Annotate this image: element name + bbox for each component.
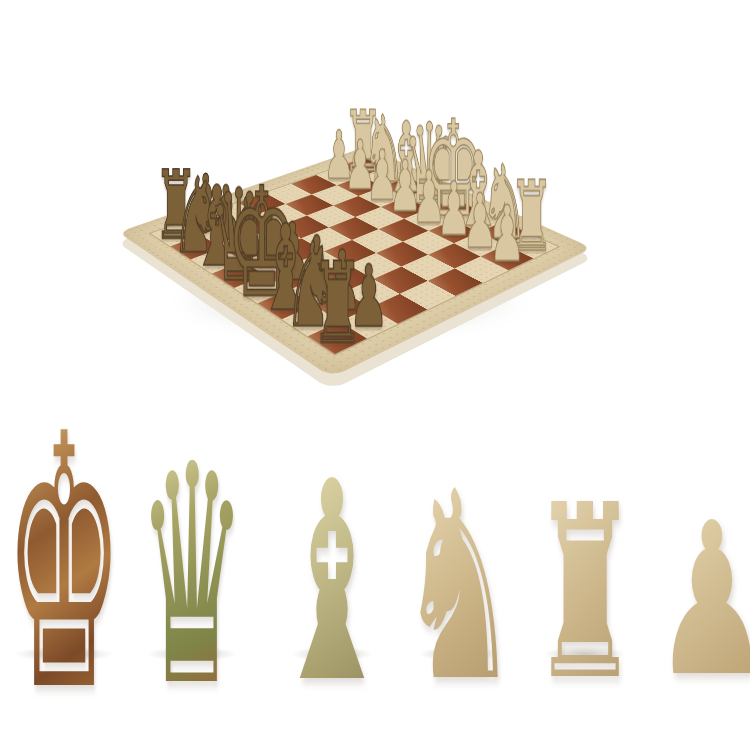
chess-set-product-photo: ♜♟♟♜♞♟♟♞♝♟♟♝♛♟♟♛♚♟♟♚♝♟♟♝♞♟♟♞♜♟♟♜ ♚♛♝♞♜♟ — [0, 0, 750, 750]
display-piece-green-onyx-queen: ♛ — [124, 425, 260, 728]
display-piece-green-onyx-king: ♚ — [0, 389, 129, 739]
piece-display-row: ♚♛♝♞♜♟ — [0, 0, 750, 750]
display-piece-coral-pawn: ♟ — [607, 495, 750, 706]
